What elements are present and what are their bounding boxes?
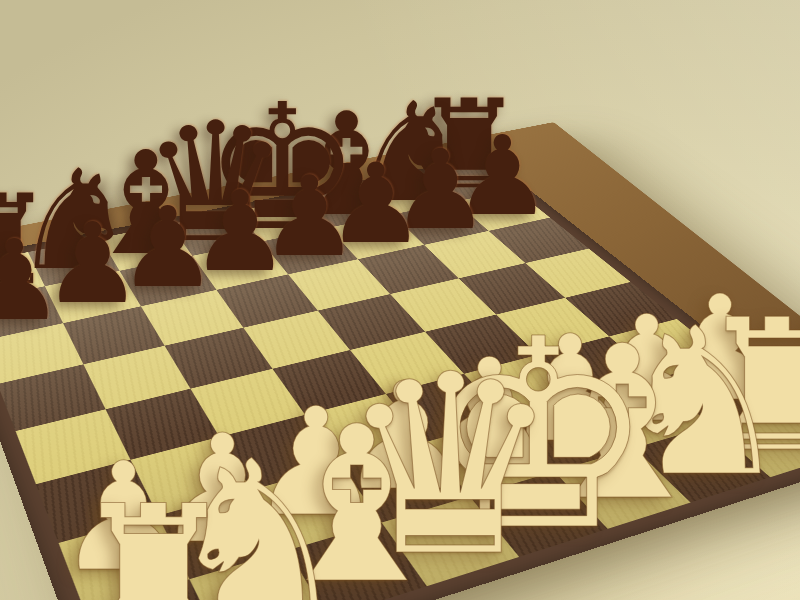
chessboard-photo-scene: ♜♞♝♛♚♝♞♜♟♟♟♟♟♟♟♟♟♟♟♟♟♟♟♟♜♞♝♛♚♝♞♜: [0, 0, 800, 600]
piece-black-pawn-a7[interactable]: ♟: [0, 225, 64, 336]
piece-white-rook-a1[interactable]: ♜: [70, 481, 239, 600]
